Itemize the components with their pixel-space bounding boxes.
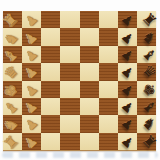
photo-scene: ♜♟♟♜♞♟♟♞♝♟♟♝♛♟♟♛♚♟♟♚♝♟♟♝♞♟♟♞♜♟♟♜ (0, 0, 160, 160)
black-pawn[interactable]: ♟ (119, 116, 136, 133)
square-f7[interactable]: ♟ (118, 98, 137, 115)
square-c7[interactable]: ♟ (118, 46, 137, 63)
black-pawn[interactable]: ♟ (119, 12, 136, 29)
square-a3[interactable] (41, 11, 60, 28)
square-f2[interactable]: ♟ (22, 98, 41, 115)
black-pawn[interactable]: ♟ (119, 133, 136, 150)
square-f8[interactable]: ♝ (137, 98, 156, 115)
white-rook[interactable]: ♜ (1, 133, 21, 153)
square-d3[interactable] (41, 63, 60, 80)
square-g6[interactable] (99, 115, 118, 132)
square-g4[interactable] (60, 115, 79, 132)
square-g3[interactable] (41, 115, 60, 132)
black-pawn[interactable]: ♟ (119, 99, 136, 116)
square-e4[interactable] (60, 81, 79, 98)
white-pawn[interactable]: ♟ (22, 29, 39, 46)
square-e3[interactable] (41, 81, 60, 98)
black-pawn[interactable]: ♟ (119, 64, 136, 81)
square-e7[interactable]: ♟ (118, 81, 137, 98)
square-b1[interactable]: ♞ (3, 28, 22, 45)
watermark (2, 152, 158, 158)
square-b8[interactable]: ♞ (137, 28, 156, 45)
square-b5[interactable] (80, 28, 99, 45)
white-pawn[interactable]: ♟ (22, 81, 39, 98)
black-pawn[interactable]: ♟ (119, 29, 136, 46)
square-c2[interactable]: ♟ (22, 46, 41, 63)
square-c8[interactable]: ♝ (137, 46, 156, 63)
square-h8[interactable]: ♜ (137, 133, 156, 150)
white-pawn[interactable]: ♟ (22, 116, 39, 133)
square-e1[interactable]: ♚ (3, 81, 22, 98)
square-f4[interactable] (60, 98, 79, 115)
square-h6[interactable] (99, 133, 118, 150)
square-f5[interactable] (80, 98, 99, 115)
square-d6[interactable] (99, 63, 118, 80)
square-c6[interactable] (99, 46, 118, 63)
square-b2[interactable]: ♟ (22, 28, 41, 45)
square-h1[interactable]: ♜ (3, 133, 22, 150)
black-pawn[interactable]: ♟ (119, 46, 136, 63)
square-d5[interactable] (80, 63, 99, 80)
square-b7[interactable]: ♟ (118, 28, 137, 45)
square-d7[interactable]: ♟ (118, 63, 137, 80)
square-a2[interactable]: ♟ (22, 11, 41, 28)
square-a8[interactable]: ♜ (137, 11, 156, 28)
white-pawn[interactable]: ♟ (22, 12, 39, 29)
black-rook[interactable]: ♜ (138, 132, 158, 152)
square-c4[interactable] (60, 46, 79, 63)
white-pawn[interactable]: ♟ (22, 99, 39, 116)
square-a5[interactable] (80, 11, 99, 28)
square-g2[interactable]: ♟ (22, 115, 41, 132)
square-f6[interactable] (99, 98, 118, 115)
square-b6[interactable] (99, 28, 118, 45)
square-a6[interactable] (99, 11, 118, 28)
square-a7[interactable]: ♟ (118, 11, 137, 28)
square-g7[interactable]: ♟ (118, 115, 137, 132)
square-h2[interactable]: ♟ (22, 133, 41, 150)
square-g1[interactable]: ♞ (3, 115, 22, 132)
square-h3[interactable] (41, 133, 60, 150)
square-d4[interactable] (60, 63, 79, 80)
square-e8[interactable]: ♚ (137, 81, 156, 98)
square-g5[interactable] (80, 115, 99, 132)
white-pawn[interactable]: ♟ (22, 64, 39, 81)
square-e2[interactable]: ♟ (22, 81, 41, 98)
white-pawn[interactable]: ♟ (22, 46, 39, 63)
square-d2[interactable]: ♟ (22, 63, 41, 80)
white-pawn[interactable]: ♟ (22, 133, 39, 150)
square-c3[interactable] (41, 46, 60, 63)
square-f1[interactable]: ♝ (3, 98, 22, 115)
square-f3[interactable] (41, 98, 60, 115)
square-b4[interactable] (60, 28, 79, 45)
square-h5[interactable] (80, 133, 99, 150)
square-a1[interactable]: ♜ (3, 11, 22, 28)
square-c1[interactable]: ♝ (3, 46, 22, 63)
square-h7[interactable]: ♟ (118, 133, 137, 150)
square-g8[interactable]: ♞ (137, 115, 156, 132)
square-b3[interactable] (41, 28, 60, 45)
black-pawn[interactable]: ♟ (119, 81, 136, 98)
square-d1[interactable]: ♛ (3, 63, 22, 80)
square-e6[interactable] (99, 81, 118, 98)
chess-board: ♜♟♟♜♞♟♟♞♝♟♟♝♛♟♟♛♚♟♟♚♝♟♟♝♞♟♟♞♜♟♟♜ (3, 11, 156, 151)
square-d8[interactable]: ♛ (137, 63, 156, 80)
square-e5[interactable] (80, 81, 99, 98)
square-a4[interactable] (60, 11, 79, 28)
square-c5[interactable] (80, 46, 99, 63)
square-h4[interactable] (60, 133, 79, 150)
